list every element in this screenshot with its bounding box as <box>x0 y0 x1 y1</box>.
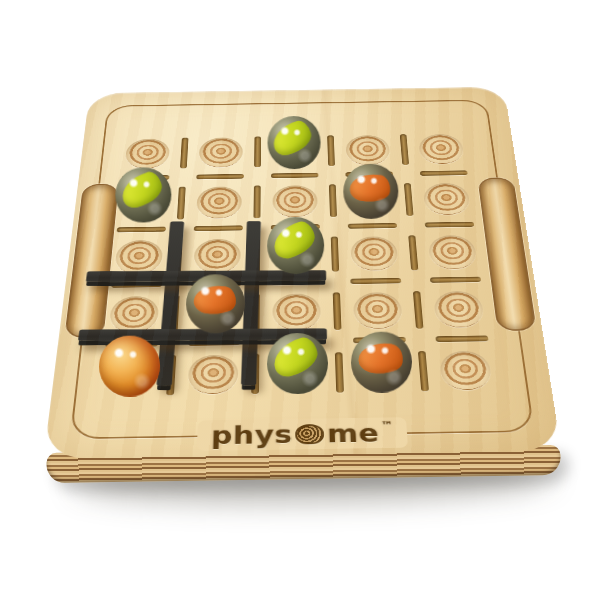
marble-orange[interactable] <box>350 331 412 393</box>
glass-highlight <box>185 274 245 334</box>
marble-green[interactable] <box>267 116 321 170</box>
cats-eye-swirl <box>269 219 318 261</box>
glass-highlight <box>343 163 399 219</box>
glass-highlight <box>350 331 412 393</box>
marble-amber[interactable] <box>98 335 160 397</box>
glass-highlight <box>115 167 171 223</box>
marble-orange[interactable] <box>343 163 399 219</box>
marble-green[interactable] <box>267 217 325 275</box>
cats-eye-swirl <box>192 282 238 316</box>
board-assembly: phys me ™ <box>0 0 600 599</box>
cats-eye-swirl <box>269 335 322 380</box>
marble-layer <box>0 0 600 599</box>
cats-eye-swirl <box>349 171 392 203</box>
cats-eye-swirl <box>357 340 404 376</box>
marble-orange[interactable] <box>185 274 245 334</box>
glass-highlight <box>266 332 328 394</box>
glass-highlight <box>267 116 321 170</box>
glass-highlight <box>98 335 160 397</box>
cats-eye-swirl <box>269 118 315 158</box>
marble-green[interactable] <box>115 167 171 223</box>
marble-green[interactable] <box>266 332 328 394</box>
cats-eye-swirl <box>118 169 166 210</box>
glass-highlight <box>267 217 325 275</box>
product-photo: phys me ™ <box>0 0 600 599</box>
